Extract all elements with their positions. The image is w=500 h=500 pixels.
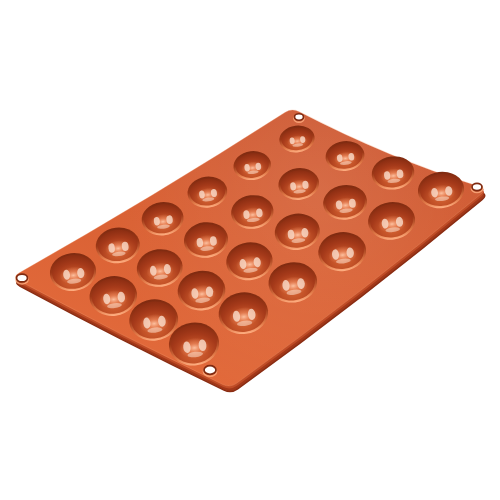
- product-photo-scene: [0, 0, 500, 500]
- silicone-mold-image: [0, 0, 500, 500]
- corner-hole: [203, 366, 216, 377]
- corner-hole: [294, 114, 304, 122]
- corner-hole: [16, 274, 28, 284]
- corner-hole: [471, 183, 482, 192]
